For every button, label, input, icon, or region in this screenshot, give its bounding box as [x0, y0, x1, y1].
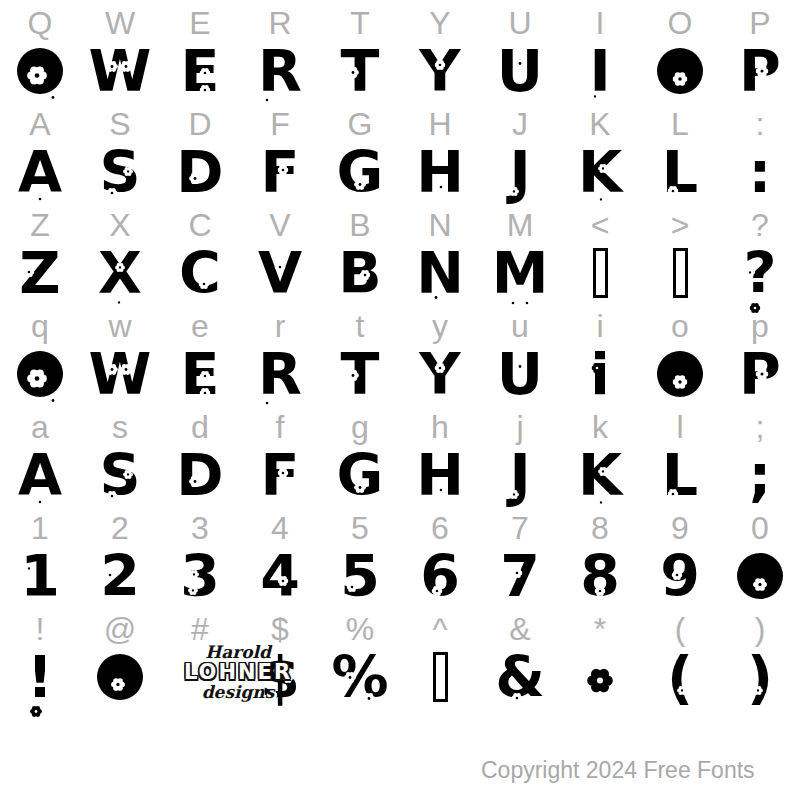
black-glyph: A [18, 447, 62, 504]
black-glyph: P [739, 43, 781, 100]
font-preview-page: QWERTYUIOPWERTYUIPASDFGHJKL:ASDFGHJKL:ZX… [0, 0, 800, 800]
glyph-cell: i [560, 341, 640, 407]
key-label: ! [0, 614, 80, 644]
key-label: H [400, 109, 480, 139]
key-label: q [0, 311, 80, 341]
disc-glyph [17, 48, 63, 94]
black-glyph: T [341, 346, 380, 403]
glyph-row: ASDFGHJKL: [0, 139, 800, 205]
key-label: T [320, 8, 400, 38]
black-glyph: ! [27, 649, 53, 706]
key-label-row: 1234567890 [0, 509, 800, 543]
glyph-cell: I [560, 38, 640, 104]
notdef-box [593, 248, 608, 298]
glyph-cell: K [560, 139, 640, 205]
key-label: C [160, 210, 240, 240]
glyph-cell [560, 240, 640, 306]
glyph-cell: D [160, 442, 240, 508]
key-label: Q [0, 8, 80, 38]
glyph-cell: & [480, 644, 560, 710]
black-glyph: 7 [500, 548, 540, 605]
black-glyph: Y [419, 43, 460, 100]
key-label: ) [720, 614, 800, 644]
key-label: g [320, 412, 400, 442]
glyph-cell: ? [720, 240, 800, 306]
glyph-row: 123456789 [0, 543, 800, 609]
glyph-cell: N [400, 240, 480, 306]
key-label: 8 [560, 513, 640, 543]
key-label-row: ASDFGHJKL: [0, 105, 800, 139]
key-label: p [720, 311, 800, 341]
glyph-cell [640, 240, 720, 306]
black-glyph: K [578, 447, 622, 504]
black-glyph: X [98, 245, 142, 302]
black-glyph: I [589, 43, 610, 100]
black-glyph: ) [747, 649, 773, 706]
glyph-row: WERTYUIP [0, 38, 800, 104]
glyph-cell: S [80, 139, 160, 205]
black-glyph: S [99, 447, 140, 504]
key-label: J [480, 109, 560, 139]
glyph-cell: : [720, 139, 800, 205]
key-label: Z [0, 210, 80, 240]
key-label: $ [240, 614, 320, 644]
disc-glyph [737, 553, 783, 599]
black-glyph: i [590, 346, 610, 403]
key-label: I [560, 8, 640, 38]
glyph-cell: R [240, 341, 320, 407]
glyph-cell: H [400, 139, 480, 205]
glyph-cell: U [480, 38, 560, 104]
glyph-cell [720, 543, 800, 609]
black-glyph: E [181, 43, 220, 100]
black-glyph: D [176, 447, 223, 504]
key-label: ^ [400, 614, 480, 644]
key-label: a [0, 412, 80, 442]
glyph-cell: Y [400, 341, 480, 407]
glyph-cell: A [0, 139, 80, 205]
key-label: G [320, 109, 400, 139]
black-glyph: D [176, 144, 223, 201]
black-glyph: & [495, 649, 545, 706]
black-glyph: N [416, 245, 464, 302]
key-label: < [560, 210, 640, 240]
black-glyph: R [258, 346, 302, 403]
key-label: 6 [400, 513, 480, 543]
glyph-cell: 8 [560, 543, 640, 609]
glyph-cell: A [0, 442, 80, 508]
glyph-cell: ( [640, 644, 720, 710]
key-label: & [480, 614, 560, 644]
disc-glyph [657, 48, 703, 94]
key-label: E [160, 8, 240, 38]
glyph-cell: L [640, 442, 720, 508]
key-label: M [480, 210, 560, 240]
black-glyph: 8 [580, 548, 620, 605]
key-label: 3 [160, 513, 240, 543]
glyph-cell: R [240, 38, 320, 104]
specimen-band-7: !@#$%^&*()!$%&() [0, 610, 800, 711]
glyph-cell: B [320, 240, 400, 306]
key-label: 5 [320, 513, 400, 543]
specimen-band-3: ZXCVBNM<>?ZXCVBNM? [0, 206, 800, 307]
glyph-cell: J [480, 442, 560, 508]
notdef-box [673, 248, 688, 298]
glyph-cell: 3 [160, 543, 240, 609]
black-glyph: E [181, 346, 220, 403]
glyph-cell: S [80, 442, 160, 508]
key-label: U [480, 8, 560, 38]
flower-cutout-icon [587, 645, 613, 702]
glyph-cell: J [480, 139, 560, 205]
glyph-cell [400, 644, 480, 710]
black-glyph: Y [419, 346, 460, 403]
black-glyph: : [749, 144, 772, 201]
black-glyph: S [99, 144, 140, 201]
key-label: 7 [480, 513, 560, 543]
glyph-cell: Y [400, 38, 480, 104]
key-label: @ [80, 614, 160, 644]
key-label-row: asdfghjkl; [0, 408, 800, 442]
black-glyph: G [337, 447, 384, 504]
black-glyph: W [89, 43, 152, 100]
key-label-row: !@#$%^&*() [0, 610, 800, 644]
disc-glyph [17, 351, 63, 397]
glyph-cell: M [480, 240, 560, 306]
key-label: 2 [80, 513, 160, 543]
copyright-text: Copyright 2024 Free Fonts [481, 757, 755, 784]
glyph-cell: F [240, 139, 320, 205]
key-label: 0 [720, 513, 800, 543]
key-label: y [400, 311, 480, 341]
key-label: B [320, 210, 400, 240]
glyph-row: ASDFGHJKL; [0, 442, 800, 508]
key-label: d [160, 412, 240, 442]
glyph-row: !$%&() [0, 644, 800, 710]
glyph-cell: H [400, 442, 480, 508]
black-glyph: J [509, 144, 530, 201]
black-glyph: U [497, 43, 543, 100]
key-label: D [160, 109, 240, 139]
key-label: > [640, 210, 720, 240]
key-label: k [560, 412, 640, 442]
key-label: # [160, 614, 240, 644]
glyph-cell: 6 [400, 543, 480, 609]
glyph-cell [560, 644, 640, 710]
glyph-row: ZXCVBNM? [0, 240, 800, 306]
key-label: K [560, 109, 640, 139]
key-label: e [160, 311, 240, 341]
glyph-cell: P [720, 341, 800, 407]
glyph-cell: D [160, 139, 240, 205]
black-glyph: L [662, 447, 698, 504]
black-glyph: H [416, 447, 464, 504]
black-glyph: U [497, 346, 543, 403]
key-label: ; [720, 412, 800, 442]
black-glyph: % [331, 649, 388, 706]
logo-line-harold: Harold [180, 644, 296, 661]
key-label: Y [400, 8, 480, 38]
key-label: V [240, 210, 320, 240]
glyph-cell: X [80, 240, 160, 306]
disc-glyph [657, 351, 703, 397]
key-label: s [80, 412, 160, 442]
disc-glyph [97, 654, 143, 700]
key-label: o [640, 311, 720, 341]
key-label: X [80, 210, 160, 240]
black-glyph: 2 [100, 548, 140, 605]
font-specimen-grid: QWERTYUIOPWERTYUIPASDFGHJKL:ASDFGHJKL:ZX… [0, 4, 800, 711]
black-glyph: 6 [420, 548, 460, 605]
glyph-cell: T [320, 341, 400, 407]
key-label: j [480, 412, 560, 442]
key-label: S [80, 109, 160, 139]
key-label: P [720, 8, 800, 38]
glyph-cell: 2 [80, 543, 160, 609]
key-label: 9 [640, 513, 720, 543]
glyph-cell: K [560, 442, 640, 508]
glyph-cell: T [320, 38, 400, 104]
key-label: r [240, 311, 320, 341]
key-label: : [720, 109, 800, 139]
glyph-cell: 7 [480, 543, 560, 609]
black-glyph: H [416, 144, 464, 201]
key-label: 1 [0, 513, 80, 543]
black-glyph: ( [667, 649, 693, 706]
black-glyph: 9 [660, 548, 700, 605]
black-glyph: P [739, 346, 781, 403]
glyph-cell: G [320, 139, 400, 205]
black-glyph: ; [749, 447, 772, 504]
glyph-cell: ) [720, 644, 800, 710]
black-glyph: T [341, 43, 380, 100]
black-glyph: K [578, 144, 622, 201]
notdef-box [433, 652, 448, 702]
key-label: 4 [240, 513, 320, 543]
black-glyph: F [261, 144, 300, 201]
glyph-cell: U [480, 341, 560, 407]
key-label: O [640, 8, 720, 38]
glyph-cell: ! [0, 644, 80, 710]
key-label: % [320, 614, 400, 644]
glyph-cell: Z [0, 240, 80, 306]
glyph-row: WERTYUiP [0, 341, 800, 407]
glyph-cell: 1 [0, 543, 80, 609]
logo-line-lohner: LOHNER [180, 662, 296, 683]
key-label: ( [640, 614, 720, 644]
glyph-cell: F [240, 442, 320, 508]
black-glyph: 1 [20, 548, 60, 605]
black-glyph: G [337, 144, 384, 201]
black-glyph: J [509, 447, 530, 504]
glyph-cell: E [160, 341, 240, 407]
black-glyph: 3 [180, 548, 220, 605]
glyph-cell: W [80, 341, 160, 407]
key-label: u [480, 311, 560, 341]
key-label: ? [720, 210, 800, 240]
specimen-band-2: ASDFGHJKL:ASDFGHJKL: [0, 105, 800, 206]
key-label-row: ZXCVBNM<>? [0, 206, 800, 240]
key-label: W [80, 8, 160, 38]
glyph-cell: E [160, 38, 240, 104]
black-glyph: 5 [340, 548, 380, 605]
specimen-band-6: 1234567890123456789 [0, 509, 800, 610]
glyph-cell: 5 [320, 543, 400, 609]
glyph-cell: L [640, 139, 720, 205]
glyph-cell [640, 38, 720, 104]
black-glyph: A [18, 144, 62, 201]
glyph-cell [640, 341, 720, 407]
glyph-cell: G [320, 442, 400, 508]
glyph-cell: % [320, 644, 400, 710]
key-label: f [240, 412, 320, 442]
black-glyph: L [662, 144, 698, 201]
key-label: i [560, 311, 640, 341]
glyph-cell: W [80, 38, 160, 104]
glyph-cell: P [720, 38, 800, 104]
black-glyph: W [89, 346, 152, 403]
glyph-cell: 9 [640, 543, 720, 609]
black-glyph: B [338, 245, 381, 302]
glyph-cell: 4 [240, 543, 320, 609]
key-label-row: QWERTYUIOP [0, 4, 800, 38]
key-label: w [80, 311, 160, 341]
black-glyph: F [261, 447, 300, 504]
key-label: l [640, 412, 720, 442]
key-label: h [400, 412, 480, 442]
logo-line-designs: designs [180, 684, 296, 701]
specimen-band-5: asdfghjkl;ASDFGHJKL; [0, 408, 800, 509]
key-label: * [560, 614, 640, 644]
black-glyph: M [492, 245, 549, 302]
key-label: t [320, 311, 400, 341]
black-glyph: C [179, 245, 221, 302]
key-label: N [400, 210, 480, 240]
specimen-band-4: qwertyuiopWERTYUiP [0, 307, 800, 408]
glyph-cell: V [240, 240, 320, 306]
key-label: R [240, 8, 320, 38]
key-label: L [640, 109, 720, 139]
black-glyph: Z [19, 245, 60, 302]
black-glyph: ? [743, 245, 776, 302]
glyph-cell [80, 644, 160, 710]
glyph-cell [0, 341, 80, 407]
key-label: F [240, 109, 320, 139]
specimen-band-1: QWERTYUIOPWERTYUIP [0, 4, 800, 105]
glyph-cell: C [160, 240, 240, 306]
key-label-row: qwertyuiop [0, 307, 800, 341]
glyph-cell [0, 38, 80, 104]
foundry-logo: Harold LOHNER designs [180, 644, 296, 701]
black-glyph: V [258, 245, 302, 302]
glyph-cell: ; [720, 442, 800, 508]
black-glyph: 4 [260, 548, 300, 605]
black-glyph: R [258, 43, 302, 100]
key-label: A [0, 109, 80, 139]
